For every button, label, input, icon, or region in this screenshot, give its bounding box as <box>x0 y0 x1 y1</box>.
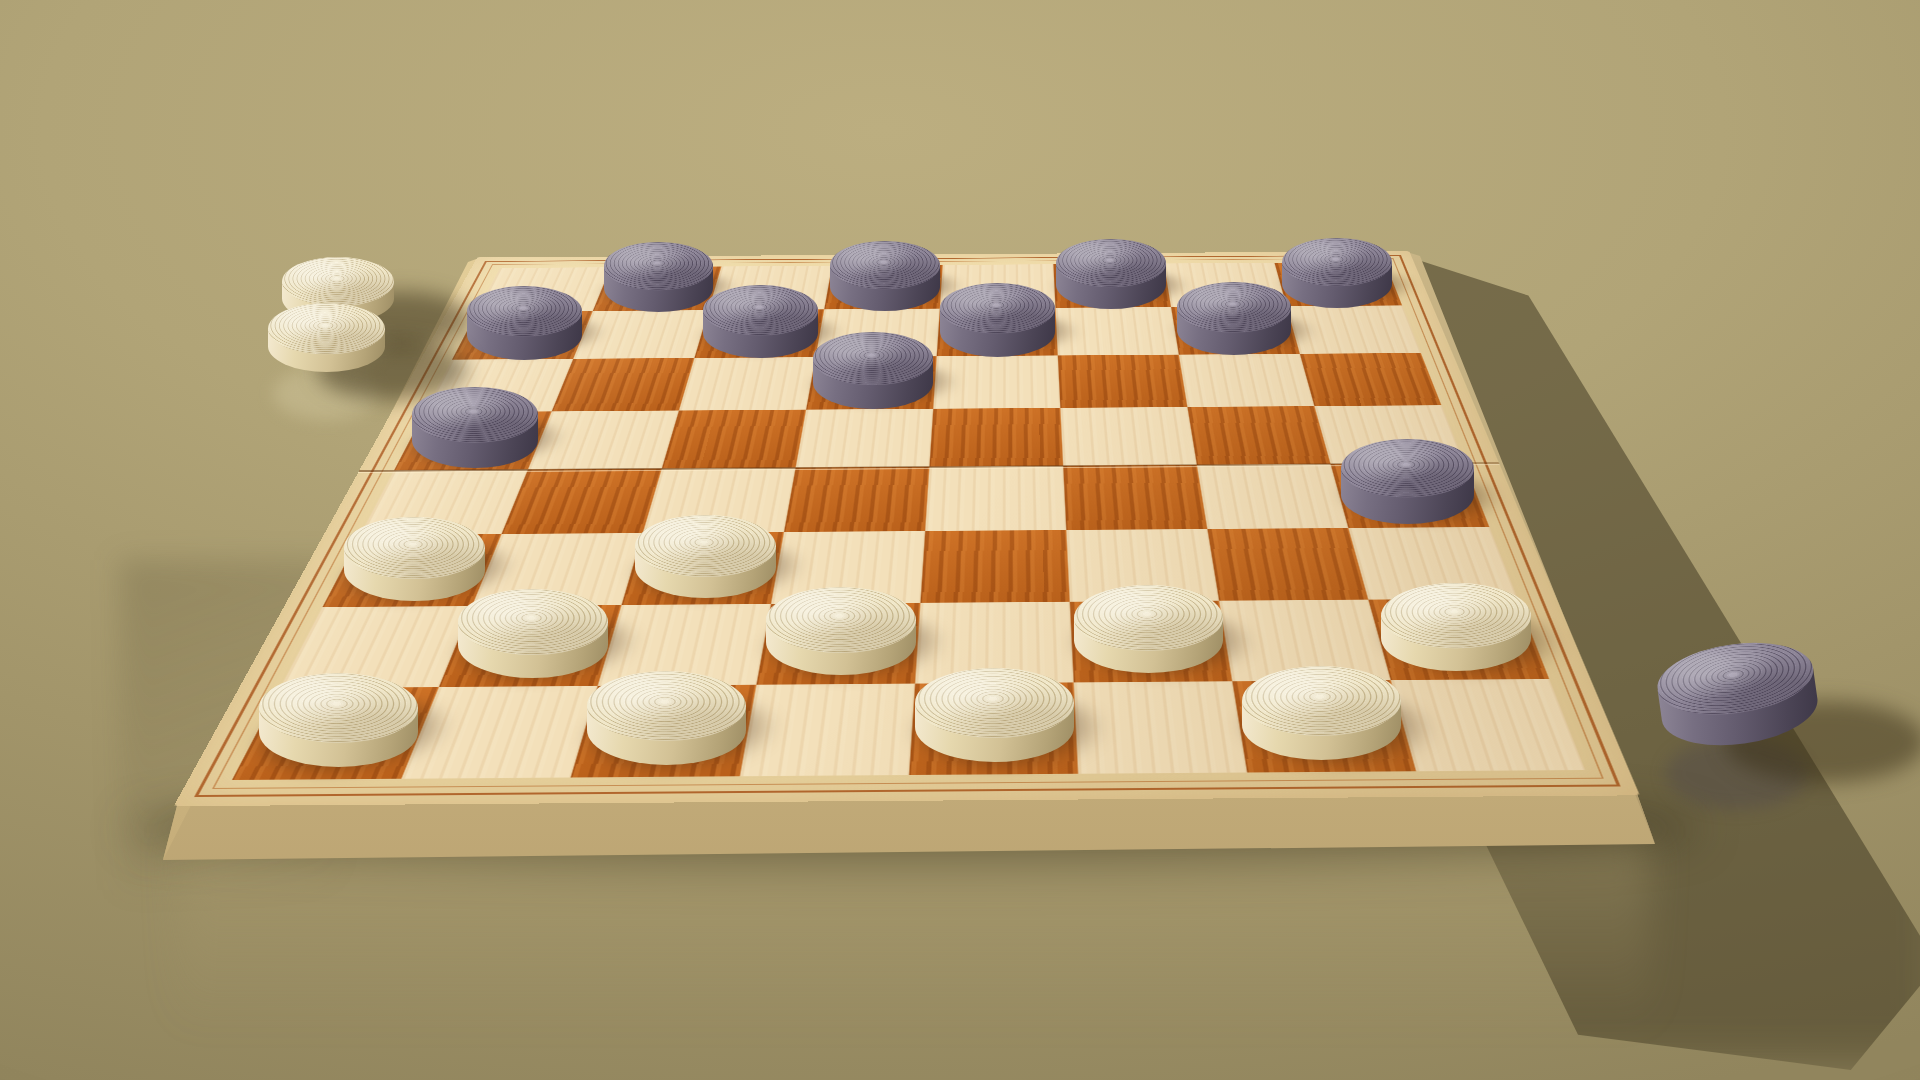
piece-highlight <box>268 303 385 354</box>
shadow-of-f8 <box>1060 268 1187 306</box>
shadow-of-e7 <box>944 312 1075 354</box>
captured-light-piece-1-reflection <box>288 318 389 368</box>
shadow-of-f2 <box>1079 608 1254 679</box>
light-piece-side <box>268 328 385 371</box>
shadow-of-g7 <box>1179 311 1316 353</box>
shadow-of-d8 <box>831 269 958 307</box>
shadow-of-d2 <box>767 610 941 681</box>
captured-light-piece-1 <box>282 257 394 323</box>
shadow-of-a7 <box>460 315 607 357</box>
shadow-of-b8 <box>601 271 736 309</box>
board-table-reflection <box>180 838 1650 1028</box>
shadow-of-b2 <box>450 612 641 683</box>
shadow-of-a3 <box>333 541 519 604</box>
shadow-of-a5 <box>403 417 567 468</box>
shadow-of-c7 <box>702 314 839 356</box>
captured-light-piece-2-reflection <box>273 367 378 420</box>
shadow-of-g1 <box>1243 689 1438 769</box>
piece-highlight <box>282 257 394 306</box>
captured-light-piece-2 <box>268 303 385 372</box>
light-piece-side <box>282 281 394 322</box>
light-piece-concentric-rings <box>282 257 394 306</box>
shadow-of-e1 <box>919 691 1101 771</box>
shadow-of-c3 <box>631 539 802 602</box>
shadow-of-d6 <box>814 361 953 407</box>
checkers-board <box>232 262 1585 780</box>
scene: { "game": { "name": "Checkers (English /… <box>0 0 1920 1080</box>
shadow-of-c1 <box>582 693 777 773</box>
light-piece-concentric-rings <box>268 303 385 354</box>
shadow-of-a1 <box>244 696 458 776</box>
